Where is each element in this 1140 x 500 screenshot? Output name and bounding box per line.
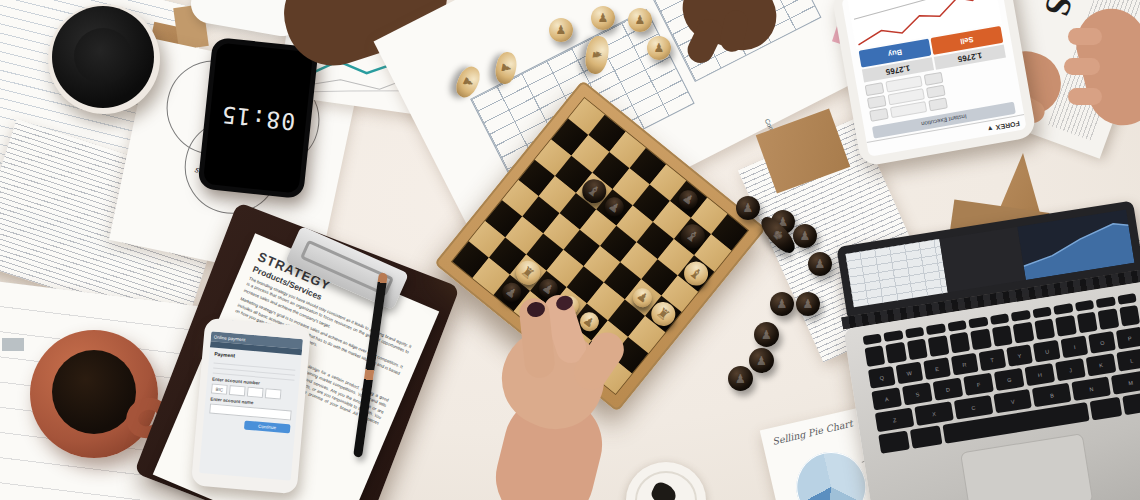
pie-chart xyxy=(789,445,873,500)
piece-glyph: ♟ xyxy=(635,289,651,305)
laptop-key[interactable] xyxy=(878,430,910,453)
red-clay-mug[interactable] xyxy=(30,330,158,458)
piece-glyph: ♚ xyxy=(770,227,786,243)
desk-scene: Statistics 08:15 Company's Growth Compan… xyxy=(0,0,1140,500)
laptop-key[interactable] xyxy=(884,330,904,342)
laptop-key[interactable] xyxy=(1011,310,1031,322)
laptop-dark-window xyxy=(939,227,1026,293)
laptop-key-m[interactable]: M xyxy=(1111,370,1140,395)
laptop-key-q[interactable]: Q xyxy=(868,366,896,389)
laptop-key[interactable] xyxy=(1090,397,1122,420)
tablet-forex[interactable]: FOREX ▾ Instant Execution 1.2765 1.2765 … xyxy=(831,0,1037,167)
tablet-screen[interactable]: FOREX ▾ Instant Execution 1.2765 1.2765 … xyxy=(841,0,1026,157)
laptop-key-o[interactable]: O xyxy=(1088,331,1116,354)
captured-black-pawn[interactable]: ♟ xyxy=(728,366,753,391)
coffee-surface xyxy=(52,350,136,434)
account-number-box[interactable] xyxy=(247,387,264,398)
laptop-key[interactable] xyxy=(864,345,885,367)
captured-black-pawn[interactable]: ♟ xyxy=(770,292,794,316)
piece-glyph: ♟ xyxy=(800,230,811,242)
captured-black-pawn[interactable]: ♟ xyxy=(736,196,760,220)
laptop-key[interactable] xyxy=(949,332,970,354)
laptop-key-d[interactable]: D xyxy=(933,378,964,401)
laptop-key-h[interactable]: H xyxy=(1024,363,1055,386)
laptop-key-i[interactable]: I xyxy=(1061,335,1089,358)
minus-stepper[interactable] xyxy=(926,85,946,99)
piece-glyph: ♝ xyxy=(683,227,702,246)
phone-payment[interactable]: Online payment Payment Enter account num… xyxy=(191,318,311,495)
laptop-key-s[interactable]: S xyxy=(902,382,933,405)
piece-glyph: ♜ xyxy=(654,305,673,324)
captured-white-pawn[interactable]: ♟ xyxy=(628,8,652,32)
captured-black-pawn[interactable]: ♟ xyxy=(793,224,817,248)
laptop-key[interactable] xyxy=(905,327,925,339)
minus-stepper[interactable] xyxy=(924,72,944,86)
laptop-key[interactable] xyxy=(947,320,967,332)
captured-black-pawn[interactable]: ♟ xyxy=(754,322,779,347)
laptop-key[interactable] xyxy=(1053,303,1073,315)
laptop-key[interactable] xyxy=(926,323,946,335)
laptop-key-w[interactable]: W xyxy=(895,362,923,385)
piece-glyph: ♞ xyxy=(590,49,604,62)
phone-clock-screen[interactable]: 08:15 xyxy=(203,42,313,193)
piece-glyph: ♝ xyxy=(585,181,604,200)
piece-glyph: ♟ xyxy=(541,281,557,297)
laptop-key[interactable] xyxy=(1075,300,1095,312)
laptop-spreadsheet-window xyxy=(846,239,948,307)
laptop-key-g[interactable]: G xyxy=(994,368,1025,391)
laptop-key[interactable] xyxy=(970,328,991,350)
laptop-key[interactable] xyxy=(1117,293,1137,305)
piece-glyph: ♝ xyxy=(687,264,706,283)
captured-white-pawn[interactable]: ♟ xyxy=(591,6,615,30)
laptop-key[interactable] xyxy=(1055,315,1076,337)
laptop-key[interactable] xyxy=(910,425,942,448)
tablet-holder-finger xyxy=(1068,88,1102,105)
piece-glyph: ♜ xyxy=(519,263,538,282)
white-cup-lid xyxy=(626,462,706,500)
piece-glyph: ♟ xyxy=(499,62,513,75)
plus-stepper[interactable] xyxy=(869,108,889,122)
piece-glyph: ♟ xyxy=(598,12,609,24)
laptop-key[interactable] xyxy=(863,333,883,345)
piece-glyph: ♟ xyxy=(815,258,826,270)
laptop-key-a[interactable]: A xyxy=(871,387,902,410)
laptop-key-y[interactable]: Y xyxy=(1006,344,1034,367)
laptop-key[interactable] xyxy=(990,313,1010,325)
plus-stepper[interactable] xyxy=(867,95,887,109)
captured-white-pawn[interactable]: ♟ xyxy=(549,18,573,42)
laptop-key-t[interactable]: T xyxy=(978,349,1006,372)
laptop-key[interactable] xyxy=(1034,318,1055,340)
minus-stepper[interactable] xyxy=(928,97,948,111)
laptop-key[interactable] xyxy=(1122,392,1140,415)
captured-black-pawn[interactable]: ♟ xyxy=(796,292,820,316)
laptop-key-p[interactable]: P xyxy=(1116,327,1140,350)
laptop-key[interactable] xyxy=(1119,305,1140,327)
bic-box[interactable]: BIC xyxy=(211,383,228,394)
laptop-key-u[interactable]: U xyxy=(1033,340,1061,363)
plus-stepper[interactable] xyxy=(865,82,885,96)
laptop-key[interactable] xyxy=(1032,307,1052,319)
piece-glyph: ♟ xyxy=(607,199,623,215)
laptop-key-v[interactable]: V xyxy=(993,389,1032,414)
laptop-key-b[interactable]: B xyxy=(1032,383,1071,408)
laptop-key-e[interactable]: E xyxy=(923,357,951,380)
laptop-trackpad[interactable] xyxy=(960,433,1093,500)
chevron-down-icon: ▾ xyxy=(988,124,993,132)
piece-glyph: ♟ xyxy=(803,298,814,310)
piece-glyph: ♟ xyxy=(743,202,754,214)
piece-glyph: ♟ xyxy=(635,14,646,26)
account-number-box[interactable] xyxy=(229,385,246,396)
continue-button[interactable]: Continue xyxy=(244,421,291,434)
piece-glyph: ♟ xyxy=(581,314,597,330)
piece-glyph: ♟ xyxy=(504,285,520,301)
laptop-chart-window xyxy=(1017,210,1134,281)
laptop-key[interactable] xyxy=(928,335,949,357)
piece-glyph: ♟ xyxy=(777,298,788,310)
forex-app: FOREX ▾ Instant Execution 1.2765 1.2765 … xyxy=(841,0,1026,157)
laptop-key-z[interactable]: Z xyxy=(875,408,914,433)
piece-glyph: ♟ xyxy=(756,355,767,367)
laptop-key-c[interactable]: C xyxy=(954,395,993,420)
laptop-key[interactable] xyxy=(1096,296,1116,308)
captured-white-pawn[interactable]: ♟ xyxy=(647,36,671,60)
laptop[interactable]: QWERTYUIOPASDFGHJKLZXCVBNM xyxy=(830,199,1140,500)
forex-pair-label: FOREX xyxy=(995,120,1020,131)
laptop-key[interactable] xyxy=(992,325,1013,347)
captured-black-pawn[interactable]: ♟ xyxy=(749,348,774,373)
tablet-holder-finger xyxy=(1064,58,1100,75)
laptop-key-l[interactable]: L xyxy=(1116,348,1140,371)
laptop-key-x[interactable]: X xyxy=(914,401,953,426)
captured-black-pawn[interactable]: ♟ xyxy=(808,252,832,276)
laptop-key[interactable] xyxy=(907,339,928,361)
washi-tape xyxy=(2,338,24,351)
laptop-key[interactable] xyxy=(1013,322,1034,344)
payment-screen: Online payment Payment Enter account num… xyxy=(199,331,303,480)
piece-glyph: ♟ xyxy=(460,75,475,90)
tablet-holder-finger xyxy=(1068,28,1102,45)
piece-glyph: ♟ xyxy=(735,373,746,385)
clock-time: 08:15 xyxy=(220,101,297,135)
cup-lid-center xyxy=(74,28,132,84)
laptop-key-n[interactable]: N xyxy=(1072,376,1111,401)
piece-glyph: ♟ xyxy=(654,42,665,54)
laptop-key[interactable] xyxy=(1077,312,1098,334)
laptop-key-j[interactable]: J xyxy=(1055,358,1086,381)
account-number-box[interactable] xyxy=(265,388,282,399)
piece-glyph: ♟ xyxy=(680,191,696,207)
laptop-key[interactable] xyxy=(886,342,907,364)
laptop-key-r[interactable]: R xyxy=(951,353,979,376)
piece-glyph: ♟ xyxy=(761,329,772,341)
phone-clock[interactable]: 08:15 xyxy=(197,37,318,199)
laptop-key-f[interactable]: F xyxy=(963,373,994,396)
laptop-key-k[interactable]: K xyxy=(1086,353,1117,376)
laptop-key[interactable] xyxy=(1098,308,1119,330)
piece-glyph: ♟ xyxy=(556,24,567,36)
laptop-key[interactable] xyxy=(969,317,989,329)
